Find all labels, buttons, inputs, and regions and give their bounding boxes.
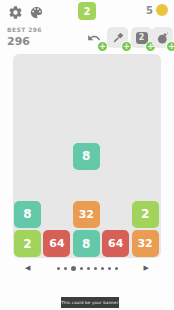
pager-dots — [57, 266, 118, 271]
tile-2: 2 — [14, 230, 41, 257]
pager-right-arrow[interactable]: ▶ — [144, 262, 149, 274]
small-tile-button[interactable]: 2 + — [131, 27, 152, 48]
theme-palette-icon[interactable] — [29, 5, 44, 20]
pager-dot — [108, 267, 111, 270]
game-board[interactable]: 8832226486432 — [13, 54, 161, 258]
tile-2: 2 — [132, 201, 159, 228]
tile-64: 64 — [102, 230, 129, 257]
pager-dot — [101, 267, 104, 270]
pager-left-arrow[interactable]: ◀ — [25, 262, 30, 274]
ad-banner-text: This could be your banner — [61, 300, 118, 305]
board-pager: ◀ ▶ — [0, 262, 174, 274]
best-score: BEST 296 — [7, 26, 42, 33]
hammer-button[interactable]: + — [107, 27, 128, 48]
pager-dot — [80, 267, 83, 270]
current-score: 296 — [7, 35, 42, 48]
pager-dot — [64, 267, 67, 270]
tile-64: 64 — [43, 230, 70, 257]
bomb-plus-badge[interactable]: + — [167, 42, 174, 51]
pager-dot — [94, 267, 97, 270]
tile-8: 8 — [73, 143, 100, 170]
tile-32: 32 — [132, 230, 159, 257]
tile-8: 8 — [14, 201, 41, 228]
coin-counter[interactable]: 5 — [146, 4, 168, 16]
coin-icon — [156, 4, 168, 16]
board-grid: 8832226486432 — [13, 54, 161, 258]
tile-32: 32 — [73, 201, 100, 228]
pager-dot — [115, 267, 118, 270]
next-tile: 2 — [78, 2, 96, 20]
settings-gear-icon[interactable] — [8, 5, 23, 20]
pager-dot — [57, 267, 60, 270]
score-block: BEST 296 296 — [7, 26, 42, 48]
game-screen: 2 5 BEST 296 296 + + 2 + + 8832226486432… — [0, 0, 174, 310]
small-tile-icon: 2 — [136, 32, 148, 44]
undo-button[interactable]: + — [83, 27, 104, 48]
undo-plus-badge[interactable]: + — [98, 42, 107, 51]
tile-8: 8 — [73, 230, 100, 257]
hammer-plus-badge[interactable]: + — [122, 42, 131, 51]
bomb-button[interactable]: + — [152, 27, 173, 48]
pager-dot-active — [71, 266, 76, 271]
pager-dot — [87, 267, 90, 270]
coin-count: 5 — [146, 5, 153, 16]
ad-banner[interactable]: This could be your banner — [61, 297, 119, 308]
